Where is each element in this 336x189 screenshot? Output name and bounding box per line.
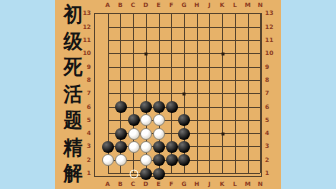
row-label-right: 10: [265, 49, 276, 57]
column-label-bottom: E: [155, 180, 163, 188]
row-label-right: 1: [265, 169, 276, 177]
row-label-right: 5: [265, 116, 276, 124]
column-label-bottom: B: [116, 180, 124, 188]
black-stone-G5: [178, 114, 190, 126]
white-stone-E5: [153, 114, 165, 126]
column-label-top: J: [205, 1, 213, 9]
go-board[interactable]: AABBCCDDEEFFGGHHJJKKLLMMNN13131212111110…: [0, 0, 336, 189]
column-label-bottom: A: [104, 180, 112, 188]
column-label-top: M: [244, 1, 252, 9]
row-label-left: 12: [80, 23, 91, 31]
white-stone-D2: [140, 154, 152, 166]
white-stone-A2: [102, 154, 114, 166]
column-label-top: E: [155, 1, 163, 9]
black-stone-E3: [153, 141, 165, 153]
star-point-G7: [183, 92, 186, 95]
row-label-right: 8: [265, 76, 276, 84]
grid-line-vertical: [260, 13, 261, 173]
white-stone-C3: [128, 141, 140, 153]
column-label-bottom: L: [231, 180, 239, 188]
column-label-bottom: M: [244, 180, 252, 188]
column-label-top: K: [218, 1, 226, 9]
row-label-left: 11: [80, 36, 91, 44]
white-stone-C4: [128, 128, 140, 140]
column-label-bottom: D: [142, 180, 150, 188]
circle-marker-C1: [129, 169, 138, 178]
black-stone-C5: [128, 114, 140, 126]
row-label-left: 13: [80, 9, 91, 17]
column-label-bottom: K: [218, 180, 226, 188]
column-label-top: B: [116, 1, 124, 9]
white-stone-E4: [153, 128, 165, 140]
row-label-right: 12: [265, 23, 276, 31]
row-label-right: 7: [265, 89, 276, 97]
column-label-bottom: J: [205, 180, 213, 188]
column-label-bottom: H: [193, 180, 201, 188]
column-label-top: A: [104, 1, 112, 9]
row-label-left: 10: [80, 49, 91, 57]
black-stone-E1: [153, 168, 165, 180]
row-label-right: 2: [265, 156, 276, 164]
black-stone-A3: [102, 141, 114, 153]
white-stone-D4: [140, 128, 152, 140]
column-label-top: F: [167, 1, 175, 9]
grid-line-vertical: [222, 13, 223, 173]
black-stone-F6: [166, 101, 178, 113]
row-label-right: 4: [265, 129, 276, 137]
grid-line-vertical: [248, 13, 249, 173]
column-label-top: H: [193, 1, 201, 9]
row-label-left: 5: [80, 116, 91, 124]
row-label-left: 8: [80, 76, 91, 84]
row-label-left: 3: [80, 142, 91, 150]
black-stone-B3: [115, 141, 127, 153]
column-label-top: C: [129, 1, 137, 9]
black-stone-G2: [178, 154, 190, 166]
column-label-bottom: C: [129, 180, 137, 188]
black-stone-E6: [153, 101, 165, 113]
black-stone-D1: [140, 168, 152, 180]
black-stone-F2: [166, 154, 178, 166]
grid-line-vertical: [197, 13, 198, 173]
column-label-bottom: G: [180, 180, 188, 188]
row-label-left: 2: [80, 156, 91, 164]
column-label-top: D: [142, 1, 150, 9]
row-label-left: 4: [80, 129, 91, 137]
black-stone-F3: [166, 141, 178, 153]
column-label-bottom: F: [167, 180, 175, 188]
star-point-K4: [221, 132, 224, 135]
black-stone-G4: [178, 128, 190, 140]
row-label-right: 6: [265, 103, 276, 111]
row-label-left: 6: [80, 103, 91, 111]
white-stone-B2: [115, 154, 127, 166]
white-stone-D5: [140, 114, 152, 126]
column-label-top: L: [231, 1, 239, 9]
column-label-bottom: N: [256, 180, 264, 188]
column-label-top: N: [256, 1, 264, 9]
grid-line-horizontal: [108, 107, 261, 108]
grid-line-vertical: [209, 13, 210, 173]
row-label-right: 13: [265, 9, 276, 17]
grid-line-vertical: [235, 13, 236, 173]
black-stone-B4: [115, 128, 127, 140]
row-label-left: 1: [80, 169, 91, 177]
black-stone-E2: [153, 154, 165, 166]
star-point-D10: [145, 52, 148, 55]
black-stone-B6: [115, 101, 127, 113]
black-stone-D6: [140, 101, 152, 113]
row-label-left: 9: [80, 63, 91, 71]
white-stone-D3: [140, 141, 152, 153]
row-label-right: 3: [265, 142, 276, 150]
go-lesson-screenshot: 初级死活题精解 AABBCCDDEEFFGGHHJJKKLLMMNN131312…: [0, 0, 336, 189]
black-stone-G3: [178, 141, 190, 153]
column-label-top: G: [180, 1, 188, 9]
row-label-right: 11: [265, 36, 276, 44]
row-label-left: 7: [80, 89, 91, 97]
row-label-right: 9: [265, 63, 276, 71]
star-point-K10: [221, 52, 224, 55]
